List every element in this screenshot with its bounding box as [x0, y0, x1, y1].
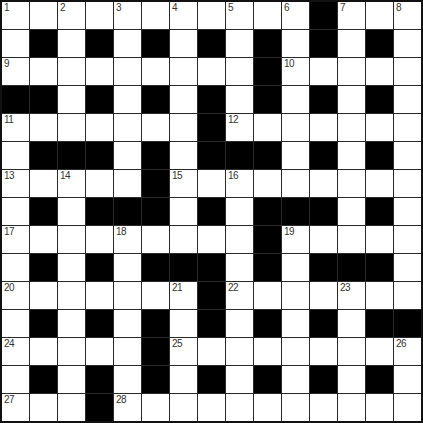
clue-number: 25 — [172, 339, 182, 349]
black-cell — [310, 86, 337, 113]
white-cell[interactable]: 6 — [282, 2, 309, 29]
black-cell — [254, 254, 281, 281]
white-cell[interactable] — [58, 30, 85, 57]
black-cell — [142, 30, 169, 57]
white-cell[interactable]: 10 — [282, 58, 309, 85]
white-cell[interactable] — [366, 114, 393, 141]
clue-number: 15 — [172, 171, 182, 181]
black-cell — [198, 30, 225, 57]
white-cell[interactable] — [114, 58, 141, 85]
white-cell[interactable] — [58, 310, 85, 337]
black-cell — [254, 226, 281, 253]
black-cell — [142, 366, 169, 393]
black-cell — [198, 114, 225, 141]
black-cell — [198, 254, 225, 281]
white-cell[interactable] — [282, 142, 309, 169]
white-cell[interactable] — [394, 226, 421, 253]
black-cell — [394, 310, 421, 337]
clue-number: 22 — [228, 283, 238, 293]
black-cell — [310, 30, 337, 57]
white-cell[interactable] — [170, 114, 197, 141]
white-cell[interactable] — [142, 282, 169, 309]
white-cell[interactable] — [86, 58, 113, 85]
white-cell[interactable] — [170, 30, 197, 57]
black-cell — [30, 254, 57, 281]
black-cell — [86, 142, 113, 169]
white-cell[interactable] — [338, 114, 365, 141]
white-cell[interactable] — [86, 2, 113, 29]
white-cell[interactable] — [114, 30, 141, 57]
white-cell[interactable] — [58, 86, 85, 113]
white-cell[interactable] — [114, 310, 141, 337]
white-cell[interactable] — [198, 2, 225, 29]
clue-number: 19 — [284, 227, 294, 237]
white-cell[interactable] — [282, 114, 309, 141]
white-cell[interactable] — [30, 170, 57, 197]
white-cell[interactable]: 23 — [338, 282, 365, 309]
white-cell[interactable] — [366, 282, 393, 309]
black-cell — [30, 310, 57, 337]
white-cell[interactable] — [310, 170, 337, 197]
white-cell[interactable] — [282, 310, 309, 337]
white-cell[interactable]: 22 — [226, 282, 253, 309]
black-cell — [86, 310, 113, 337]
clue-number: 1 — [4, 3, 9, 13]
clue-number: 23 — [340, 283, 350, 293]
crossword-puzzle: 1234567891011121314151617181920212223242… — [0, 0, 423, 423]
black-cell — [30, 30, 57, 57]
white-cell[interactable] — [86, 338, 113, 365]
black-cell — [366, 86, 393, 113]
white-cell[interactable]: 7 — [338, 2, 365, 29]
white-cell[interactable]: 17 — [2, 226, 29, 253]
white-cell[interactable]: 8 — [394, 2, 421, 29]
clue-number: 26 — [396, 339, 406, 349]
black-cell — [338, 254, 365, 281]
white-cell[interactable] — [394, 366, 421, 393]
white-cell[interactable] — [394, 198, 421, 225]
clue-number: 20 — [4, 283, 14, 293]
white-cell[interactable] — [366, 338, 393, 365]
black-cell — [254, 86, 281, 113]
white-cell[interactable]: 28 — [114, 394, 141, 421]
white-cell[interactable] — [58, 282, 85, 309]
white-cell[interactable] — [86, 226, 113, 253]
black-cell — [310, 310, 337, 337]
white-cell[interactable]: 1 — [2, 2, 29, 29]
clue-number: 17 — [4, 227, 14, 237]
white-cell[interactable]: 16 — [226, 170, 253, 197]
white-cell[interactable] — [338, 310, 365, 337]
black-cell — [254, 198, 281, 225]
white-cell[interactable]: 19 — [282, 226, 309, 253]
white-cell[interactable]: 15 — [170, 170, 197, 197]
white-cell[interactable] — [254, 338, 281, 365]
white-cell[interactable] — [58, 198, 85, 225]
white-cell[interactable] — [366, 226, 393, 253]
white-cell[interactable] — [254, 394, 281, 421]
white-cell[interactable] — [114, 338, 141, 365]
black-cell — [142, 142, 169, 169]
black-cell — [86, 86, 113, 113]
white-cell[interactable] — [394, 142, 421, 169]
black-cell — [226, 142, 253, 169]
white-cell[interactable]: 5 — [226, 2, 253, 29]
white-cell[interactable] — [394, 170, 421, 197]
white-cell[interactable] — [394, 30, 421, 57]
white-cell[interactable] — [30, 394, 57, 421]
clue-number: 4 — [172, 3, 177, 13]
clue-number: 18 — [116, 227, 126, 237]
white-cell[interactable] — [170, 366, 197, 393]
black-cell — [198, 310, 225, 337]
white-cell[interactable] — [226, 226, 253, 253]
white-cell[interactable] — [254, 170, 281, 197]
black-cell — [366, 198, 393, 225]
black-cell — [198, 142, 225, 169]
white-cell[interactable] — [30, 58, 57, 85]
white-cell[interactable]: 27 — [2, 394, 29, 421]
white-cell[interactable] — [226, 198, 253, 225]
white-cell[interactable] — [338, 394, 365, 421]
white-cell[interactable] — [310, 226, 337, 253]
white-cell[interactable] — [338, 198, 365, 225]
white-cell[interactable] — [226, 394, 253, 421]
white-cell[interactable] — [310, 58, 337, 85]
white-cell[interactable] — [58, 338, 85, 365]
white-cell[interactable] — [30, 282, 57, 309]
clue-number: 24 — [4, 339, 14, 349]
white-cell[interactable] — [226, 310, 253, 337]
white-cell[interactable] — [338, 338, 365, 365]
black-cell — [198, 282, 225, 309]
white-cell[interactable] — [114, 170, 141, 197]
white-cell[interactable] — [338, 366, 365, 393]
black-cell — [86, 198, 113, 225]
white-cell[interactable] — [114, 114, 141, 141]
white-cell[interactable] — [142, 2, 169, 29]
black-cell — [254, 366, 281, 393]
clue-number: 16 — [228, 171, 238, 181]
white-cell[interactable] — [58, 58, 85, 85]
white-cell[interactable] — [282, 86, 309, 113]
white-cell[interactable] — [170, 142, 197, 169]
white-cell[interactable] — [198, 338, 225, 365]
white-cell[interactable] — [170, 198, 197, 225]
white-cell[interactable] — [282, 338, 309, 365]
white-cell[interactable] — [114, 282, 141, 309]
white-cell[interactable] — [366, 2, 393, 29]
white-cell[interactable]: 12 — [226, 114, 253, 141]
clue-number: 7 — [340, 3, 345, 13]
black-cell — [310, 142, 337, 169]
clue-number: 8 — [396, 3, 401, 13]
white-cell[interactable] — [2, 310, 29, 337]
white-cell[interactable] — [2, 366, 29, 393]
black-cell — [86, 30, 113, 57]
white-cell[interactable] — [2, 30, 29, 57]
white-cell[interactable] — [338, 226, 365, 253]
white-cell[interactable] — [86, 114, 113, 141]
black-cell — [142, 310, 169, 337]
white-cell[interactable] — [226, 254, 253, 281]
black-cell — [142, 254, 169, 281]
white-cell[interactable] — [282, 254, 309, 281]
black-cell — [254, 142, 281, 169]
white-cell[interactable]: 11 — [2, 114, 29, 141]
white-cell[interactable] — [198, 170, 225, 197]
clue-number: 12 — [228, 115, 238, 125]
white-cell[interactable] — [394, 394, 421, 421]
clue-number: 14 — [60, 171, 70, 181]
white-cell[interactable]: 3 — [114, 2, 141, 29]
black-cell — [366, 310, 393, 337]
white-cell[interactable] — [226, 58, 253, 85]
white-cell[interactable] — [394, 114, 421, 141]
white-cell[interactable] — [58, 114, 85, 141]
white-cell[interactable] — [366, 170, 393, 197]
white-cell[interactable] — [2, 198, 29, 225]
black-cell — [366, 366, 393, 393]
black-cell — [142, 198, 169, 225]
black-cell — [366, 254, 393, 281]
white-cell[interactable] — [366, 394, 393, 421]
white-cell[interactable] — [394, 86, 421, 113]
black-cell — [254, 310, 281, 337]
white-cell[interactable] — [142, 226, 169, 253]
black-cell — [2, 86, 29, 113]
white-cell[interactable] — [170, 394, 197, 421]
clue-number: 27 — [4, 395, 14, 405]
white-cell[interactable] — [198, 58, 225, 85]
white-cell[interactable] — [142, 58, 169, 85]
black-cell — [86, 394, 113, 421]
white-cell[interactable]: 20 — [2, 282, 29, 309]
white-cell[interactable] — [226, 86, 253, 113]
crossword-grid: 1234567891011121314151617181920212223242… — [0, 0, 423, 423]
white-cell[interactable] — [86, 282, 113, 309]
clue-number: 13 — [4, 171, 14, 181]
white-cell[interactable]: 21 — [170, 282, 197, 309]
white-cell[interactable]: 13 — [2, 170, 29, 197]
white-cell[interactable] — [394, 254, 421, 281]
white-cell[interactable] — [2, 142, 29, 169]
white-cell[interactable] — [226, 366, 253, 393]
white-cell[interactable] — [366, 58, 393, 85]
black-cell — [86, 254, 113, 281]
black-cell — [114, 198, 141, 225]
white-cell[interactable] — [310, 338, 337, 365]
white-cell[interactable] — [254, 114, 281, 141]
white-cell[interactable]: 26 — [394, 338, 421, 365]
black-cell — [282, 198, 309, 225]
white-cell[interactable]: 24 — [2, 338, 29, 365]
white-cell[interactable] — [198, 226, 225, 253]
black-cell — [366, 142, 393, 169]
white-cell[interactable]: 18 — [114, 226, 141, 253]
white-cell[interactable] — [2, 254, 29, 281]
clue-number: 28 — [116, 395, 126, 405]
white-cell[interactable] — [310, 114, 337, 141]
white-cell[interactable] — [338, 30, 365, 57]
clue-number: 3 — [116, 3, 121, 13]
black-cell — [142, 338, 169, 365]
white-cell[interactable] — [58, 254, 85, 281]
black-cell — [142, 170, 169, 197]
black-cell — [310, 366, 337, 393]
white-cell[interactable] — [114, 142, 141, 169]
white-cell[interactable] — [58, 226, 85, 253]
white-cell[interactable] — [338, 142, 365, 169]
white-cell[interactable] — [282, 30, 309, 57]
clue-number: 11 — [4, 115, 13, 125]
white-cell[interactable]: 9 — [2, 58, 29, 85]
black-cell — [198, 198, 225, 225]
white-cell[interactable] — [142, 394, 169, 421]
black-cell — [254, 58, 281, 85]
white-cell[interactable] — [282, 170, 309, 197]
white-cell[interactable] — [86, 170, 113, 197]
white-cell[interactable] — [282, 394, 309, 421]
white-cell[interactable] — [114, 86, 141, 113]
white-cell[interactable] — [30, 338, 57, 365]
white-cell[interactable] — [198, 394, 225, 421]
black-cell — [86, 366, 113, 393]
white-cell[interactable] — [58, 366, 85, 393]
black-cell — [30, 366, 57, 393]
white-cell[interactable] — [170, 58, 197, 85]
black-cell — [310, 254, 337, 281]
white-cell[interactable] — [170, 226, 197, 253]
white-cell[interactable] — [254, 2, 281, 29]
clue-number: 10 — [284, 59, 294, 69]
white-cell[interactable] — [282, 282, 309, 309]
black-cell — [198, 86, 225, 113]
white-cell[interactable]: 25 — [170, 338, 197, 365]
black-cell — [30, 86, 57, 113]
black-cell — [366, 30, 393, 57]
white-cell[interactable] — [30, 2, 57, 29]
clue-number: 6 — [284, 3, 289, 13]
white-cell[interactable] — [170, 86, 197, 113]
black-cell — [30, 142, 57, 169]
white-cell[interactable] — [310, 394, 337, 421]
white-cell[interactable] — [142, 114, 169, 141]
clue-number: 9 — [4, 59, 9, 69]
white-cell[interactable] — [30, 114, 57, 141]
black-cell — [58, 142, 85, 169]
white-cell[interactable]: 14 — [58, 170, 85, 197]
white-cell[interactable] — [338, 170, 365, 197]
white-cell[interactable] — [30, 226, 57, 253]
white-cell[interactable] — [114, 254, 141, 281]
white-cell[interactable]: 2 — [58, 2, 85, 29]
black-cell — [310, 2, 337, 29]
black-cell — [254, 30, 281, 57]
white-cell[interactable] — [226, 338, 253, 365]
black-cell — [142, 86, 169, 113]
white-cell[interactable] — [394, 282, 421, 309]
white-cell[interactable] — [282, 366, 309, 393]
white-cell[interactable] — [170, 310, 197, 337]
black-cell — [198, 366, 225, 393]
clue-number: 2 — [60, 3, 65, 13]
white-cell[interactable]: 4 — [170, 2, 197, 29]
white-cell[interactable] — [114, 366, 141, 393]
clue-number: 21 — [172, 283, 182, 293]
white-cell[interactable] — [338, 58, 365, 85]
white-cell[interactable] — [338, 86, 365, 113]
clue-number: 5 — [228, 3, 233, 13]
black-cell — [170, 254, 197, 281]
white-cell[interactable] — [58, 394, 85, 421]
white-cell[interactable] — [226, 30, 253, 57]
black-cell — [310, 198, 337, 225]
white-cell[interactable] — [310, 282, 337, 309]
black-cell — [30, 198, 57, 225]
white-cell[interactable] — [394, 58, 421, 85]
white-cell[interactable] — [254, 282, 281, 309]
